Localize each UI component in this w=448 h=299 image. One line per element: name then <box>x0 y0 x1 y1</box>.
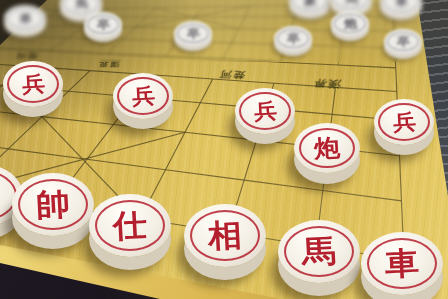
piece-character: 卒 <box>396 33 410 50</box>
piece-red-soldier[interactable]: 兵 <box>3 61 63 107</box>
piece-character: 炮 <box>343 15 357 32</box>
piece-black-soldier[interactable]: 卒 <box>384 29 422 54</box>
piece-character: 象 <box>303 0 317 9</box>
piece-red-soldier[interactable]: 兵 <box>374 99 434 145</box>
piece-character: 炮 <box>313 131 341 165</box>
piece-red-chariot[interactable]: 車 <box>361 232 443 295</box>
piece-character: 卒 <box>186 25 200 42</box>
piece-black-elephant[interactable]: 象 <box>289 0 331 14</box>
piece-character: 車 <box>384 241 420 285</box>
piece-red-horse[interactable]: 馬 <box>278 220 360 283</box>
piece-black-soldier[interactable]: 卒 <box>84 12 122 37</box>
piece-character: 兵 <box>131 81 155 111</box>
piece-black-chariot[interactable]: 車 <box>4 5 46 32</box>
piece-character: 車 <box>18 10 32 27</box>
piece-red-soldier[interactable]: 兵 <box>235 88 295 134</box>
piece-character: 馬 <box>344 0 358 7</box>
piece-character: 相 <box>207 213 243 257</box>
piece-character: 仕 <box>112 203 148 247</box>
piece-red-soldier[interactable]: 兵 <box>113 73 173 119</box>
piece-red-advisor[interactable]: 仕 <box>89 194 171 257</box>
piece-character: 卒 <box>96 16 110 33</box>
piece-character: 馬 <box>301 229 337 273</box>
piece-character: 車 <box>394 0 408 10</box>
xiangqi-photo: 楚河 漢界 楚河 漢界 車馬卒卒卒卒炮象馬車仕帥仕相馬車炮兵兵兵兵 <box>0 0 448 299</box>
piece-character: 兵 <box>21 69 45 99</box>
piece-character: 兵 <box>392 107 416 137</box>
piece-black-soldier[interactable]: 卒 <box>174 21 212 46</box>
piece-red-cannon[interactable]: 炮 <box>294 123 360 173</box>
piece-character: 馬 <box>74 0 88 12</box>
piece-character: 兵 <box>253 96 277 126</box>
board[interactable]: 車馬卒卒卒卒炮象馬車仕帥仕相馬車炮兵兵兵兵 <box>0 0 448 299</box>
piece-character: 帥 <box>35 182 71 226</box>
piece-red-general[interactable]: 帥 <box>12 173 94 236</box>
piece-black-chariot[interactable]: 車 <box>380 0 422 15</box>
piece-red-elephant[interactable]: 相 <box>184 204 266 267</box>
piece-character: 卒 <box>286 30 300 47</box>
piece-black-soldier[interactable]: 卒 <box>274 26 312 51</box>
piece-black-cannon[interactable]: 炮 <box>331 11 369 36</box>
